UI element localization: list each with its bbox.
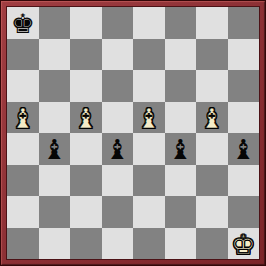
square-c5[interactable]: ♝ [70,102,102,134]
square-f8[interactable] [165,7,197,39]
square-h2[interactable] [228,196,260,228]
square-a1[interactable] [7,228,39,260]
square-g7[interactable] [196,39,228,71]
square-h6[interactable] [228,70,260,102]
square-a7[interactable] [7,39,39,71]
square-b4[interactable]: ♝ [39,133,71,165]
square-f1[interactable] [165,228,197,260]
square-a4[interactable] [7,133,39,165]
black-bishop: ♝ [168,134,192,165]
square-d2[interactable] [102,196,134,228]
square-d8[interactable] [102,7,134,39]
square-b2[interactable] [39,196,71,228]
square-g2[interactable] [196,196,228,228]
square-f4[interactable]: ♝ [165,133,197,165]
square-a6[interactable] [7,70,39,102]
square-b6[interactable] [39,70,71,102]
chess-board: ♚♝♝♝♝♝♝♝♝♚ [7,7,259,259]
square-g6[interactable] [196,70,228,102]
square-a3[interactable] [7,165,39,197]
square-c6[interactable] [70,70,102,102]
square-a5[interactable]: ♝ [7,102,39,134]
square-h3[interactable] [228,165,260,197]
square-d1[interactable] [102,228,134,260]
square-f6[interactable] [165,70,197,102]
square-g8[interactable] [196,7,228,39]
square-e6[interactable] [133,70,165,102]
square-d5[interactable] [102,102,134,134]
square-b7[interactable] [39,39,71,71]
square-h7[interactable] [228,39,260,71]
square-e2[interactable] [133,196,165,228]
square-h4[interactable]: ♝ [228,133,260,165]
square-e7[interactable] [133,39,165,71]
square-d3[interactable] [102,165,134,197]
square-f3[interactable] [165,165,197,197]
square-e5[interactable]: ♝ [133,102,165,134]
square-h1[interactable]: ♚ [228,228,260,260]
square-b1[interactable] [39,228,71,260]
square-e3[interactable] [133,165,165,197]
square-g4[interactable] [196,133,228,165]
square-g1[interactable] [196,228,228,260]
square-g3[interactable] [196,165,228,197]
white-bishop: ♝ [200,103,224,134]
board-frame: ♚♝♝♝♝♝♝♝♝♚ [0,0,266,266]
white-bishop: ♝ [11,103,35,134]
black-bishop: ♝ [42,134,66,165]
black-bishop: ♝ [105,134,129,165]
square-d7[interactable] [102,39,134,71]
square-e1[interactable] [133,228,165,260]
square-e4[interactable] [133,133,165,165]
square-b5[interactable] [39,102,71,134]
square-c3[interactable] [70,165,102,197]
black-king: ♚ [11,8,35,39]
square-f5[interactable] [165,102,197,134]
square-a2[interactable] [7,196,39,228]
white-bishop: ♝ [74,103,98,134]
black-bishop: ♝ [231,134,255,165]
square-g5[interactable]: ♝ [196,102,228,134]
square-c7[interactable] [70,39,102,71]
square-b3[interactable] [39,165,71,197]
square-c1[interactable] [70,228,102,260]
square-e8[interactable] [133,7,165,39]
square-f7[interactable] [165,39,197,71]
square-d4[interactable]: ♝ [102,133,134,165]
square-c2[interactable] [70,196,102,228]
square-a8[interactable]: ♚ [7,7,39,39]
square-f2[interactable] [165,196,197,228]
white-bishop: ♝ [137,103,161,134]
square-b8[interactable] [39,7,71,39]
square-h8[interactable] [228,7,260,39]
square-d6[interactable] [102,70,134,102]
square-c4[interactable] [70,133,102,165]
square-h5[interactable] [228,102,260,134]
white-king: ♚ [231,229,255,260]
square-c8[interactable] [70,7,102,39]
